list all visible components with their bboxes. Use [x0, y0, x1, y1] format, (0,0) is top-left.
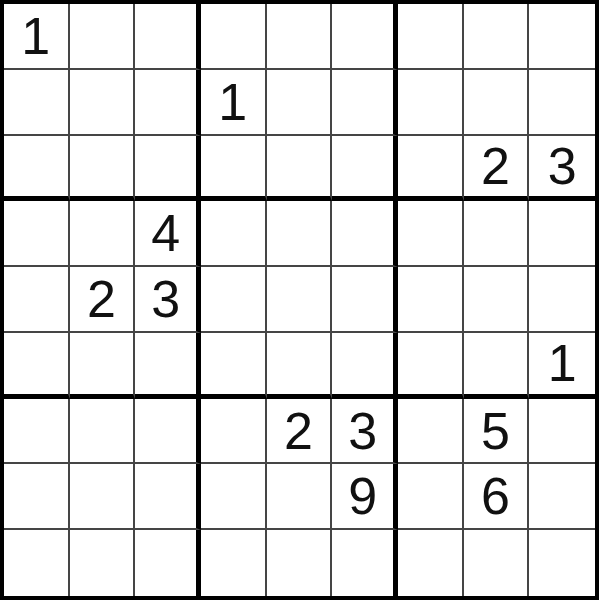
cell-r3c8: 2 — [464, 136, 530, 202]
cell-r4c6[interactable] — [332, 201, 398, 267]
cell-r1c2[interactable] — [70, 4, 136, 70]
sudoku-board-container: 1123423123596 — [0, 0, 599, 600]
cell-r3c3[interactable] — [135, 136, 201, 202]
cell-r6c5[interactable] — [267, 333, 333, 399]
cell-r9c5[interactable] — [267, 530, 333, 596]
cell-r4c2[interactable] — [70, 201, 136, 267]
cell-r9c3[interactable] — [135, 530, 201, 596]
cell-r6c8[interactable] — [464, 333, 530, 399]
cell-r5c8[interactable] — [464, 267, 530, 333]
cell-r3c9: 3 — [529, 136, 595, 202]
cell-r5c1[interactable] — [4, 267, 70, 333]
cell-r4c3: 4 — [135, 201, 201, 267]
cell-r2c1[interactable] — [4, 70, 70, 136]
cell-r4c7[interactable] — [398, 201, 464, 267]
cell-r7c6: 3 — [332, 399, 398, 465]
cell-r8c4[interactable] — [201, 464, 267, 530]
cell-r8c5[interactable] — [267, 464, 333, 530]
cell-r2c3[interactable] — [135, 70, 201, 136]
cell-r7c9[interactable] — [529, 399, 595, 465]
cell-r6c9: 1 — [529, 333, 595, 399]
cell-r7c4[interactable] — [201, 399, 267, 465]
cell-r9c4[interactable] — [201, 530, 267, 596]
cell-r9c1[interactable] — [4, 530, 70, 596]
cell-r2c5[interactable] — [267, 70, 333, 136]
cell-r1c9[interactable] — [529, 4, 595, 70]
cell-r2c6[interactable] — [332, 70, 398, 136]
cell-r9c7[interactable] — [398, 530, 464, 596]
cell-r1c6[interactable] — [332, 4, 398, 70]
cell-r4c9[interactable] — [529, 201, 595, 267]
cell-r8c8: 6 — [464, 464, 530, 530]
cell-r5c2: 2 — [70, 267, 136, 333]
cell-r1c1: 1 — [4, 4, 70, 70]
cell-r4c1[interactable] — [4, 201, 70, 267]
cell-r7c1[interactable] — [4, 399, 70, 465]
cell-r1c3[interactable] — [135, 4, 201, 70]
cell-r4c8[interactable] — [464, 201, 530, 267]
cell-r1c4[interactable] — [201, 4, 267, 70]
cell-r3c7[interactable] — [398, 136, 464, 202]
cell-r8c1[interactable] — [4, 464, 70, 530]
cell-r5c6[interactable] — [332, 267, 398, 333]
cell-r6c2[interactable] — [70, 333, 136, 399]
cell-r4c5[interactable] — [267, 201, 333, 267]
cell-r6c1[interactable] — [4, 333, 70, 399]
cell-r4c4[interactable] — [201, 201, 267, 267]
cell-r1c5[interactable] — [267, 4, 333, 70]
cell-r5c3: 3 — [135, 267, 201, 333]
cell-r6c4[interactable] — [201, 333, 267, 399]
cell-r7c3[interactable] — [135, 399, 201, 465]
cell-r5c5[interactable] — [267, 267, 333, 333]
cell-r3c2[interactable] — [70, 136, 136, 202]
cell-r1c7[interactable] — [398, 4, 464, 70]
cell-r9c6[interactable] — [332, 530, 398, 596]
cell-r6c6[interactable] — [332, 333, 398, 399]
cell-r2c2[interactable] — [70, 70, 136, 136]
cell-r9c9[interactable] — [529, 530, 595, 596]
cell-r2c8[interactable] — [464, 70, 530, 136]
cell-r9c8[interactable] — [464, 530, 530, 596]
cell-r3c4[interactable] — [201, 136, 267, 202]
cell-r5c9[interactable] — [529, 267, 595, 333]
cell-r3c1[interactable] — [4, 136, 70, 202]
cell-r8c9[interactable] — [529, 464, 595, 530]
cell-r2c7[interactable] — [398, 70, 464, 136]
cell-r5c4[interactable] — [201, 267, 267, 333]
sudoku-board: 1123423123596 — [0, 0, 599, 600]
cell-r8c6: 9 — [332, 464, 398, 530]
cell-r5c7[interactable] — [398, 267, 464, 333]
cell-r2c9[interactable] — [529, 70, 595, 136]
cell-r2c4: 1 — [201, 70, 267, 136]
cell-r8c3[interactable] — [135, 464, 201, 530]
cell-r6c7[interactable] — [398, 333, 464, 399]
cell-r7c7[interactable] — [398, 399, 464, 465]
cell-r3c6[interactable] — [332, 136, 398, 202]
cell-r7c5: 2 — [267, 399, 333, 465]
cell-r7c8: 5 — [464, 399, 530, 465]
cell-r1c8[interactable] — [464, 4, 530, 70]
cell-r8c7[interactable] — [398, 464, 464, 530]
cell-r7c2[interactable] — [70, 399, 136, 465]
cell-r6c3[interactable] — [135, 333, 201, 399]
cell-r3c5[interactable] — [267, 136, 333, 202]
cell-r9c2[interactable] — [70, 530, 136, 596]
cell-r8c2[interactable] — [70, 464, 136, 530]
